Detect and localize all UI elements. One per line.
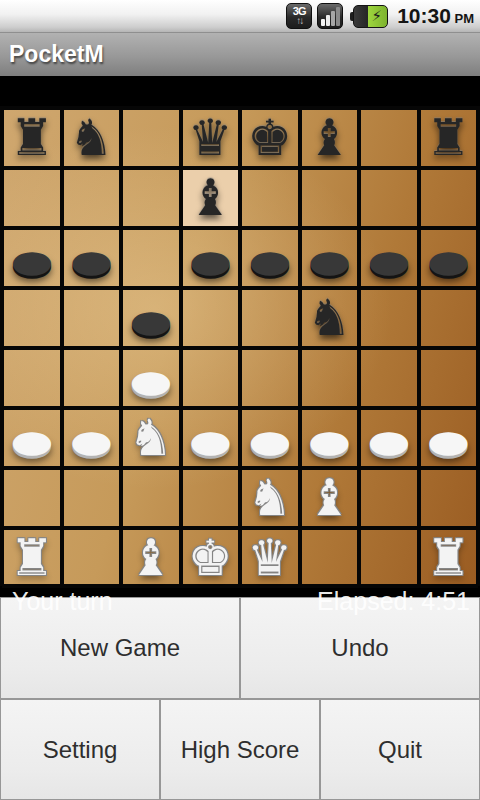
square-f3[interactable]: ● — [300, 408, 360, 468]
white-rook-piece: ♜ — [9, 530, 54, 586]
white-pawn-piece: ● — [248, 424, 292, 459]
black-king-piece: ♚ — [247, 110, 292, 166]
white-pawn-piece: ● — [426, 424, 470, 459]
square-b1[interactable] — [62, 528, 122, 588]
square-d1[interactable]: ♚ — [181, 528, 241, 588]
square-a5[interactable] — [2, 288, 62, 348]
square-g4[interactable] — [359, 348, 419, 408]
android-status-bar: 3G ↑↓ ⚡ 10:30 PM — [0, 0, 480, 33]
black-bishop-piece: ♝ — [188, 170, 233, 226]
square-e8[interactable]: ♚ — [240, 108, 300, 168]
square-d8[interactable]: ♛ — [181, 108, 241, 168]
black-pawn-piece: ● — [10, 244, 54, 279]
white-pawn-piece: ● — [367, 424, 411, 459]
square-h5[interactable] — [419, 288, 479, 348]
board-zone: ♜♞♛♚♝♜♝●●●●●●●●♞●●●♞●●●●●♞♝♜♝♚♛♜ — [0, 76, 480, 600]
square-b4[interactable] — [62, 348, 122, 408]
new-game-button[interactable]: New Game — [0, 597, 240, 699]
app-title-bar: PocketM — [0, 33, 480, 76]
square-g2[interactable] — [359, 468, 419, 528]
black-knight-piece: ♞ — [307, 290, 352, 346]
square-c5[interactable]: ● — [121, 288, 181, 348]
square-a1[interactable]: ♜ — [2, 528, 62, 588]
square-d5[interactable] — [181, 288, 241, 348]
square-c4[interactable]: ● — [121, 348, 181, 408]
square-e4[interactable] — [240, 348, 300, 408]
high-score-button[interactable]: High Score — [160, 699, 320, 800]
square-a6[interactable]: ● — [2, 228, 62, 288]
square-a4[interactable] — [2, 348, 62, 408]
white-bishop-piece: ♝ — [128, 530, 173, 586]
quit-button[interactable]: Quit — [320, 699, 480, 800]
square-e3[interactable]: ● — [240, 408, 300, 468]
square-h2[interactable] — [419, 468, 479, 528]
black-pawn-piece: ● — [307, 244, 351, 279]
white-knight-piece: ♞ — [247, 470, 292, 526]
square-a7[interactable] — [2, 168, 62, 228]
square-h1[interactable]: ♜ — [419, 528, 479, 588]
square-b8[interactable]: ♞ — [62, 108, 122, 168]
undo-button[interactable]: Undo — [240, 597, 480, 699]
square-c1[interactable]: ♝ — [121, 528, 181, 588]
signal-strength-icon — [317, 3, 343, 29]
square-e2[interactable]: ♞ — [240, 468, 300, 528]
square-f6[interactable]: ● — [300, 228, 360, 288]
square-e1[interactable]: ♛ — [240, 528, 300, 588]
black-pawn-piece: ● — [188, 244, 232, 279]
black-pawn-piece: ● — [69, 244, 113, 279]
square-c3[interactable]: ♞ — [121, 408, 181, 468]
square-h4[interactable] — [419, 348, 479, 408]
square-d2[interactable] — [181, 468, 241, 528]
square-b3[interactable]: ● — [62, 408, 122, 468]
white-pawn-piece: ● — [307, 424, 351, 459]
square-g7[interactable] — [359, 168, 419, 228]
button-row-bottom: Setting High Score Quit — [0, 699, 480, 800]
square-h7[interactable] — [419, 168, 479, 228]
square-h3[interactable]: ● — [419, 408, 479, 468]
makruk-board: ♜♞♛♚♝♜♝●●●●●●●●♞●●●♞●●●●●♞♝♜♝♚♛♜ — [0, 106, 480, 586]
white-bishop-piece: ♝ — [307, 470, 352, 526]
black-rook-piece: ♜ — [426, 110, 471, 166]
black-pawn-piece: ● — [129, 304, 173, 339]
white-pawn-piece: ● — [188, 424, 232, 459]
square-d3[interactable]: ● — [181, 408, 241, 468]
white-pawn-piece: ● — [10, 424, 54, 459]
square-g6[interactable]: ● — [359, 228, 419, 288]
square-e5[interactable] — [240, 288, 300, 348]
white-king-piece: ♚ — [188, 530, 233, 586]
charging-bolt-icon: ⚡ — [372, 9, 383, 24]
phone-screen: 3G ↑↓ ⚡ 10:30 PM PocketM ♜♞♛♚♝♜♝●●●●●●●●… — [0, 0, 480, 800]
square-c7[interactable] — [121, 168, 181, 228]
square-b5[interactable] — [62, 288, 122, 348]
square-f7[interactable] — [300, 168, 360, 228]
square-g8[interactable] — [359, 108, 419, 168]
square-c6[interactable] — [121, 228, 181, 288]
square-e6[interactable]: ● — [240, 228, 300, 288]
square-f2[interactable]: ♝ — [300, 468, 360, 528]
square-a3[interactable]: ● — [2, 408, 62, 468]
button-row-top: New Game Undo — [0, 597, 480, 699]
app-title: PocketM — [9, 41, 104, 68]
signal-bars — [321, 6, 340, 26]
square-e7[interactable] — [240, 168, 300, 228]
black-knight-piece: ♞ — [69, 110, 114, 166]
network-3g-icon: 3G ↑↓ — [286, 3, 312, 29]
square-a8[interactable]: ♜ — [2, 108, 62, 168]
black-pawn-piece: ● — [426, 244, 470, 279]
square-a2[interactable] — [2, 468, 62, 528]
square-f5[interactable]: ♞ — [300, 288, 360, 348]
square-d4[interactable] — [181, 348, 241, 408]
black-bishop-piece: ♝ — [307, 110, 352, 166]
black-pawn-piece: ● — [367, 244, 411, 279]
white-pawn-piece: ● — [129, 364, 173, 399]
white-pawn-piece: ● — [69, 424, 113, 459]
square-f1[interactable] — [300, 528, 360, 588]
square-b6[interactable]: ● — [62, 228, 122, 288]
square-b2[interactable] — [62, 468, 122, 528]
black-rook-piece: ♜ — [9, 110, 54, 166]
square-f8[interactable]: ♝ — [300, 108, 360, 168]
square-h6[interactable]: ● — [419, 228, 479, 288]
clock-time: 10:30 PM — [397, 4, 474, 28]
data-traffic-arrows-icon: ↑↓ — [296, 16, 302, 26]
white-queen-piece: ♛ — [247, 530, 292, 586]
square-g5[interactable] — [359, 288, 419, 348]
setting-button[interactable]: Setting — [0, 699, 160, 800]
black-queen-piece: ♛ — [188, 110, 233, 166]
square-d6[interactable]: ● — [181, 228, 241, 288]
square-c8[interactable] — [121, 108, 181, 168]
square-b7[interactable] — [62, 168, 122, 228]
battery-charging-icon: ⚡ — [350, 5, 388, 28]
black-pawn-piece: ● — [248, 244, 292, 279]
square-c2[interactable] — [121, 468, 181, 528]
square-g1[interactable] — [359, 528, 419, 588]
square-h8[interactable]: ♜ — [419, 108, 479, 168]
square-g3[interactable]: ● — [359, 408, 419, 468]
square-f4[interactable] — [300, 348, 360, 408]
white-knight-piece: ♞ — [128, 410, 173, 466]
clock-meridiem: PM — [451, 11, 474, 26]
square-d7[interactable]: ♝ — [181, 168, 241, 228]
white-rook-piece: ♜ — [426, 530, 471, 586]
